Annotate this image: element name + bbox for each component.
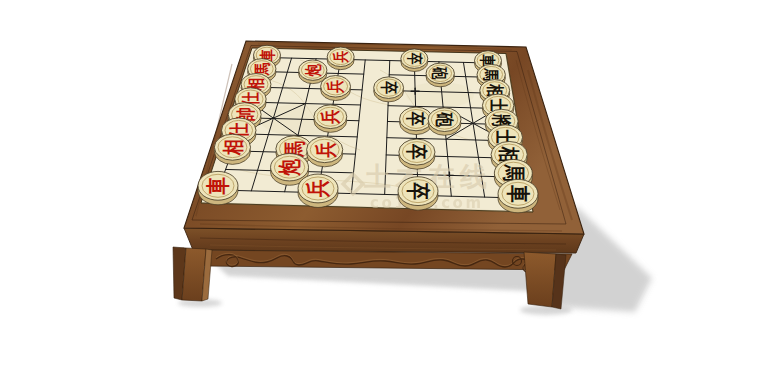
piece-character: 砲 [430,66,450,79]
piece-red-soldier[interactable]: 兵 [298,174,338,207]
piece-character: 兵 [332,51,350,63]
piece-red-soldier[interactable]: 兵 [327,47,354,70]
piece-black-cannon[interactable]: 砲 [428,108,461,135]
piece-character: 車 [504,184,532,202]
scene: 土木在线co188.com車兵卒車馬炮砲馬相兵卒相仕士帥兵卒砲將仕士相馬兵卒相炮… [0,0,780,372]
piece-red-elephant[interactable]: 相 [214,134,250,164]
piece-character: 相 [220,139,245,155]
piece-character: 馬 [481,68,501,81]
piece-black-soldier[interactable]: 卒 [374,77,404,102]
piece-character: 卒 [404,182,432,200]
front-right-leg [524,252,556,307]
xiangqi-table-render: 土木在线co188.com車兵卒車馬炮砲馬相兵卒相仕士帥兵卒砲將仕士相馬兵卒相炮… [0,0,780,372]
piece-character: 兵 [304,180,332,198]
piece-red-soldier[interactable]: 兵 [307,137,343,167]
piece-character: 卒 [405,111,428,126]
piece-black-soldier[interactable]: 卒 [398,177,438,210]
piece-black-cannon[interactable]: 砲 [426,63,454,87]
piece-character: 兵 [312,142,337,159]
piece-character: 炮 [303,64,323,77]
piece-character: 兵 [325,80,346,94]
piece-character: 卒 [405,52,423,64]
piece-red-soldier[interactable]: 兵 [314,105,347,132]
piece-character: 車 [204,177,232,195]
piece-red-chariot[interactable]: 車 [198,171,238,204]
piece-red-cannon[interactable]: 炮 [299,60,327,84]
piece-character: 炮 [276,159,302,176]
piece-black-chariot[interactable]: 車 [498,179,538,212]
piece-character: 卒 [378,80,399,94]
piece-black-soldier[interactable]: 卒 [400,107,433,134]
piece-character: 卒 [404,144,429,160]
piece-character: 砲 [433,112,456,128]
piece-character: 兵 [319,110,342,125]
piece-black-soldier[interactable]: 卒 [399,139,435,169]
piece-red-soldier[interactable]: 兵 [321,76,351,101]
piece-character: 馬 [500,164,526,181]
piece-black-soldier[interactable]: 卒 [401,49,428,72]
